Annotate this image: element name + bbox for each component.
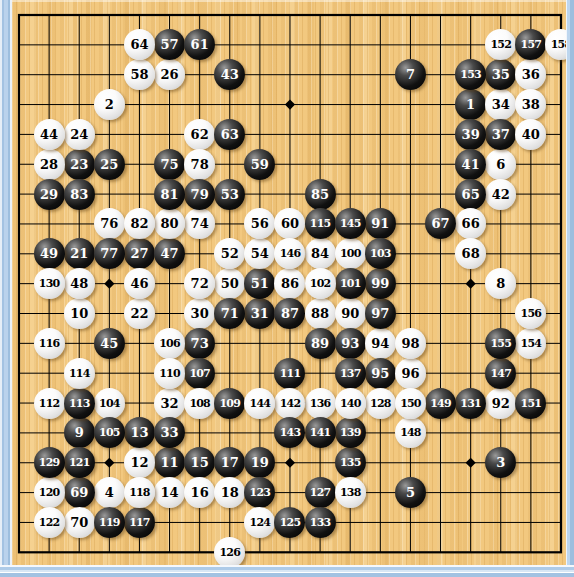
stone-white-96: 96 — [395, 358, 426, 389]
move-number: 84 — [311, 247, 329, 260]
move-number: 43 — [221, 68, 239, 81]
move-number: 49 — [40, 247, 58, 260]
stone-black-83: 83 — [64, 179, 95, 210]
move-number: 31 — [251, 307, 269, 320]
move-number: 40 — [522, 127, 540, 140]
stone-black-101: 101 — [335, 268, 366, 299]
move-number: 83 — [70, 187, 88, 200]
move-number: 39 — [462, 127, 480, 140]
stone-white-24: 24 — [64, 119, 95, 150]
move-number: 2 — [105, 98, 114, 111]
move-number: 28 — [40, 157, 58, 170]
stone-black-149: 149 — [425, 388, 456, 419]
move-number: 154 — [521, 337, 542, 348]
move-number: 61 — [191, 38, 209, 51]
move-number: 93 — [341, 336, 359, 349]
stone-white-90: 90 — [335, 298, 366, 329]
stone-black-135: 135 — [335, 447, 366, 478]
move-number: 34 — [492, 98, 510, 111]
move-number: 5 — [406, 486, 415, 499]
move-number: 131 — [460, 397, 481, 408]
stone-white-2: 2 — [94, 89, 125, 120]
move-number: 81 — [161, 187, 179, 200]
stone-white-32: 32 — [154, 388, 185, 419]
move-number: 24 — [70, 127, 88, 140]
stone-black-99: 99 — [365, 268, 396, 299]
move-number: 30 — [191, 307, 209, 320]
move-number: 47 — [161, 247, 179, 260]
stone-black-113: 113 — [64, 388, 95, 419]
move-number: 107 — [189, 367, 210, 378]
move-number: 25 — [100, 157, 118, 170]
stone-black-25: 25 — [94, 149, 125, 180]
move-number: 115 — [310, 218, 331, 229]
stone-white-46: 46 — [124, 268, 155, 299]
move-number: 87 — [281, 307, 299, 320]
move-number: 105 — [99, 427, 120, 438]
move-number: 125 — [280, 516, 301, 527]
stone-white-108: 108 — [184, 388, 215, 419]
move-number: 53 — [221, 187, 239, 200]
move-number: 29 — [40, 187, 58, 200]
stone-white-112: 112 — [34, 388, 65, 419]
move-number: 32 — [161, 396, 179, 409]
move-number: 37 — [492, 127, 510, 140]
move-number: 133 — [310, 516, 331, 527]
stone-white-142: 142 — [274, 388, 305, 419]
move-number: 46 — [130, 277, 148, 290]
stone-black-1: 1 — [455, 89, 486, 120]
move-number: 8 — [496, 277, 505, 290]
stone-black-49: 49 — [34, 238, 65, 269]
stone-white-62: 62 — [184, 119, 215, 150]
stone-black-65: 65 — [455, 179, 486, 210]
move-number: 41 — [462, 157, 480, 170]
stone-black-133: 133 — [305, 507, 336, 538]
stone-white-118: 118 — [124, 477, 155, 508]
stone-black-93: 93 — [335, 328, 366, 359]
move-number: 156 — [521, 308, 542, 319]
move-number: 118 — [129, 487, 150, 498]
stone-white-30: 30 — [184, 298, 215, 329]
stone-white-22: 22 — [124, 298, 155, 329]
move-number: 45 — [100, 336, 118, 349]
move-number: 129 — [39, 457, 60, 468]
move-number: 143 — [280, 427, 301, 438]
move-number: 89 — [311, 336, 329, 349]
move-number: 104 — [99, 397, 120, 408]
stone-black-7: 7 — [395, 59, 426, 90]
stone-black-85: 85 — [305, 179, 336, 210]
move-number: 17 — [221, 456, 239, 469]
move-number: 136 — [310, 397, 331, 408]
stone-white-94: 94 — [365, 328, 396, 359]
move-number: 69 — [70, 486, 88, 499]
move-number: 56 — [251, 217, 269, 230]
move-number: 109 — [219, 397, 240, 408]
stone-white-10: 10 — [64, 298, 95, 329]
stone-black-109: 109 — [214, 388, 245, 419]
stone-white-138: 138 — [335, 477, 366, 508]
move-number: 149 — [430, 397, 451, 408]
move-number: 14 — [161, 486, 179, 499]
stone-black-73: 73 — [184, 328, 215, 359]
move-number: 128 — [370, 397, 391, 408]
move-number: 145 — [340, 218, 361, 229]
stone-black-107: 107 — [184, 358, 215, 389]
stone-white-116: 116 — [34, 328, 65, 359]
stone-black-141: 141 — [305, 417, 336, 448]
move-number: 146 — [280, 248, 301, 259]
move-number: 96 — [401, 366, 419, 379]
move-number: 152 — [490, 39, 511, 50]
move-number: 140 — [340, 397, 361, 408]
move-number: 10 — [70, 307, 88, 320]
move-number: 75 — [161, 157, 179, 170]
move-number: 22 — [130, 307, 148, 320]
move-number: 74 — [191, 217, 209, 230]
go-game-window: 1234567891011121314151617181921222324252… — [0, 0, 574, 577]
move-number: 48 — [70, 277, 88, 290]
stone-black-139: 139 — [335, 417, 366, 448]
stone-black-117: 117 — [124, 507, 155, 538]
star-point — [466, 279, 476, 289]
stone-white-84: 84 — [305, 238, 336, 269]
stone-black-129: 129 — [34, 447, 65, 478]
move-number: 110 — [159, 367, 180, 378]
move-number: 64 — [130, 38, 148, 51]
stone-white-110: 110 — [154, 358, 185, 389]
stone-black-121: 121 — [64, 447, 95, 478]
stone-black-131: 131 — [455, 388, 486, 419]
move-number: 91 — [371, 217, 389, 230]
move-number: 99 — [371, 277, 389, 290]
stone-white-98: 98 — [395, 328, 426, 359]
move-number: 119 — [99, 516, 120, 527]
move-number: 33 — [161, 426, 179, 439]
move-number: 122 — [39, 516, 60, 527]
move-number: 54 — [251, 247, 269, 260]
move-number: 36 — [522, 68, 540, 81]
move-number: 76 — [100, 217, 118, 230]
stone-black-37: 37 — [485, 119, 516, 150]
move-number: 147 — [490, 367, 511, 378]
move-number: 51 — [251, 277, 269, 290]
star-point — [285, 99, 295, 109]
move-number: 148 — [400, 427, 421, 438]
window-left-edge — [0, 0, 12, 577]
stone-black-59: 59 — [244, 149, 275, 180]
move-number: 116 — [39, 337, 60, 348]
stone-white-104: 104 — [94, 388, 125, 419]
move-number: 38 — [522, 98, 540, 111]
stone-white-126: 126 — [214, 537, 245, 568]
stone-black-89: 89 — [305, 328, 336, 359]
move-number: 137 — [340, 367, 361, 378]
move-number: 63 — [221, 127, 239, 140]
move-number: 27 — [130, 247, 148, 260]
stone-white-122: 122 — [34, 507, 65, 538]
stone-black-97: 97 — [365, 298, 396, 329]
move-number: 3 — [496, 456, 505, 469]
move-number: 21 — [70, 247, 88, 260]
move-number: 86 — [281, 277, 299, 290]
move-number: 65 — [462, 187, 480, 200]
star-point — [104, 458, 114, 468]
stone-white-42: 42 — [485, 179, 516, 210]
move-number: 103 — [370, 248, 391, 259]
star-point — [285, 458, 295, 468]
stone-black-41: 41 — [455, 149, 486, 180]
move-number: 80 — [161, 217, 179, 230]
move-number: 78 — [191, 157, 209, 170]
move-number: 92 — [492, 396, 510, 409]
move-number: 44 — [40, 127, 58, 140]
move-number: 139 — [340, 427, 361, 438]
move-number: 7 — [406, 68, 415, 81]
stone-black-63: 63 — [214, 119, 245, 150]
stone-white-120: 120 — [34, 477, 65, 508]
stone-black-137: 137 — [335, 358, 366, 389]
stone-black-21: 21 — [64, 238, 95, 269]
stone-white-150: 150 — [395, 388, 426, 419]
move-number: 66 — [462, 217, 480, 230]
move-number: 151 — [521, 397, 542, 408]
stone-black-81: 81 — [154, 179, 185, 210]
move-number: 102 — [310, 278, 331, 289]
stone-black-147: 147 — [485, 358, 516, 389]
move-number: 79 — [191, 187, 209, 200]
move-number: 13 — [130, 426, 148, 439]
stone-white-58: 58 — [124, 59, 155, 90]
move-number: 141 — [310, 427, 331, 438]
window-bottom-edge — [0, 565, 574, 577]
star-point — [104, 279, 114, 289]
stone-white-28: 28 — [34, 149, 65, 180]
move-number: 70 — [70, 515, 88, 528]
stone-white-106: 106 — [154, 328, 185, 359]
move-number: 117 — [129, 516, 150, 527]
move-number: 19 — [251, 456, 269, 469]
stone-white-44: 44 — [34, 119, 65, 150]
stone-black-29: 29 — [34, 179, 65, 210]
move-number: 98 — [401, 336, 419, 349]
move-number: 50 — [221, 277, 239, 290]
stone-black-105: 105 — [94, 417, 125, 448]
stone-white-92: 92 — [485, 388, 516, 419]
stone-white-78: 78 — [184, 149, 215, 180]
window-right-edge — [566, 0, 574, 577]
move-number: 42 — [492, 187, 510, 200]
stone-white-6: 6 — [485, 149, 516, 180]
move-number: 11 — [161, 456, 179, 469]
move-number: 135 — [340, 457, 361, 468]
star-point — [466, 458, 476, 468]
stone-white-154: 154 — [515, 328, 546, 359]
move-number: 112 — [39, 397, 60, 408]
stone-black-45: 45 — [94, 328, 125, 359]
move-number: 85 — [311, 187, 329, 200]
move-number: 73 — [191, 336, 209, 349]
move-number: 97 — [371, 307, 389, 320]
move-number: 60 — [281, 217, 299, 230]
move-number: 59 — [251, 157, 269, 170]
move-number: 68 — [462, 247, 480, 260]
move-number: 120 — [39, 487, 60, 498]
stone-black-115: 115 — [305, 208, 336, 239]
move-number: 77 — [100, 247, 118, 260]
stone-black-155: 155 — [485, 328, 516, 359]
stone-white-130: 130 — [34, 268, 65, 299]
stone-white-140: 140 — [335, 388, 366, 419]
move-number: 95 — [371, 366, 389, 379]
move-number: 121 — [69, 457, 90, 468]
move-number: 15 — [191, 456, 209, 469]
move-number: 18 — [221, 486, 239, 499]
move-number: 23 — [70, 157, 88, 170]
move-number: 35 — [492, 68, 510, 81]
move-number: 130 — [39, 278, 60, 289]
move-number: 1 — [466, 98, 475, 111]
stone-black-5: 5 — [395, 477, 426, 508]
move-number: 155 — [490, 337, 511, 348]
stone-white-114: 114 — [64, 358, 95, 389]
move-number: 144 — [250, 397, 271, 408]
stone-white-100: 100 — [335, 238, 366, 269]
stone-white-14: 14 — [154, 477, 185, 508]
go-board[interactable]: 1234567891011121314151617181921222324252… — [12, 0, 566, 565]
move-number: 113 — [69, 397, 90, 408]
move-number: 82 — [130, 217, 148, 230]
move-number: 12 — [130, 456, 148, 469]
stone-black-95: 95 — [365, 358, 396, 389]
move-number: 153 — [460, 69, 481, 80]
move-number: 67 — [431, 217, 449, 230]
move-number: 100 — [340, 248, 361, 259]
move-number: 142 — [280, 397, 301, 408]
stone-black-75: 75 — [154, 149, 185, 180]
move-number: 108 — [189, 397, 210, 408]
stone-black-77: 77 — [94, 238, 125, 269]
stone-black-23: 23 — [64, 149, 95, 180]
stone-black-111: 111 — [274, 358, 305, 389]
stone-white-12: 12 — [124, 447, 155, 478]
move-number: 88 — [311, 307, 329, 320]
move-number: 57 — [161, 38, 179, 51]
stone-white-48: 48 — [64, 268, 95, 299]
move-number: 114 — [69, 367, 90, 378]
move-number: 4 — [105, 486, 114, 499]
stone-white-88: 88 — [305, 298, 336, 329]
stone-white-102: 102 — [305, 268, 336, 299]
stone-black-151: 151 — [515, 388, 546, 419]
stone-black-127: 127 — [305, 477, 336, 508]
move-number: 101 — [340, 278, 361, 289]
move-number: 123 — [250, 487, 271, 498]
stone-white-128: 128 — [365, 388, 396, 419]
move-number: 106 — [159, 337, 180, 348]
move-number: 16 — [191, 486, 209, 499]
move-number: 26 — [161, 68, 179, 81]
stone-black-69: 69 — [64, 477, 95, 508]
stone-black-9: 9 — [64, 417, 95, 448]
stone-black-53: 53 — [214, 179, 245, 210]
move-number: 127 — [310, 487, 331, 498]
stone-white-70: 70 — [64, 507, 95, 538]
move-number: 126 — [219, 546, 240, 557]
move-number: 52 — [221, 247, 239, 260]
move-number: 111 — [280, 367, 301, 378]
move-number: 138 — [340, 487, 361, 498]
move-number: 62 — [191, 127, 209, 140]
stone-black-119: 119 — [94, 507, 125, 538]
stone-black-39: 39 — [455, 119, 486, 150]
move-number: 6 — [496, 157, 505, 170]
move-number: 157 — [521, 39, 542, 50]
move-number: 58 — [130, 68, 148, 81]
stone-black-79: 79 — [184, 179, 215, 210]
move-number: 71 — [221, 307, 239, 320]
stone-black-145: 145 — [335, 208, 366, 239]
move-number: 72 — [191, 277, 209, 290]
move-number: 9 — [75, 426, 84, 439]
stone-white-136: 136 — [305, 388, 336, 419]
stone-white-4: 4 — [94, 477, 125, 508]
move-number: 94 — [371, 336, 389, 349]
stone-black-103: 103 — [365, 238, 396, 269]
move-number: 124 — [250, 516, 271, 527]
move-number: 150 — [400, 397, 421, 408]
stone-white-144: 144 — [244, 388, 275, 419]
move-number: 90 — [341, 307, 359, 320]
